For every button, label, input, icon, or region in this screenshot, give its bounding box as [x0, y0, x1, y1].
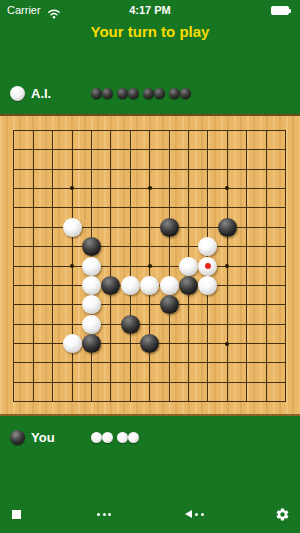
board-cell[interactable] — [82, 140, 101, 159]
board-cell[interactable] — [159, 218, 178, 237]
board-cell[interactable] — [179, 140, 198, 159]
board-cell[interactable] — [276, 218, 295, 237]
board-cell[interactable] — [179, 121, 198, 140]
board-cell[interactable] — [237, 140, 256, 159]
board-cell[interactable] — [256, 121, 275, 140]
board-cell[interactable] — [121, 140, 140, 159]
board-cell[interactable] — [218, 295, 237, 314]
board-cell[interactable] — [121, 295, 140, 314]
you-player-label: You — [31, 430, 55, 445]
board-cell[interactable] — [24, 315, 43, 334]
board-cell[interactable] — [101, 198, 120, 217]
board-cell[interactable] — [159, 256, 178, 275]
board-cell[interactable] — [179, 159, 198, 178]
board-cell[interactable] — [24, 256, 43, 275]
board-cell[interactable] — [4, 140, 23, 159]
white-stone — [63, 218, 82, 237]
ai-player-label: A.I. — [31, 86, 51, 101]
black-stone — [179, 276, 198, 295]
board-cell[interactable] — [198, 295, 217, 314]
board-cell[interactable] — [43, 256, 62, 275]
board-cell[interactable] — [237, 237, 256, 256]
board-cell[interactable] — [121, 392, 140, 411]
board-cell[interactable] — [82, 218, 101, 237]
board-cell[interactable] — [179, 392, 198, 411]
board-cell[interactable] — [198, 140, 217, 159]
ai-white-stone-icon — [10, 86, 25, 101]
board-cell[interactable] — [24, 353, 43, 372]
board-cell[interactable] — [256, 334, 275, 353]
captured-black-stone — [128, 88, 139, 99]
board-cell[interactable] — [159, 121, 178, 140]
board-cell[interactable] — [179, 276, 198, 295]
board-cell[interactable] — [276, 276, 295, 295]
white-stone — [63, 334, 82, 353]
board-cell[interactable] — [82, 295, 101, 314]
board-cell[interactable] — [101, 392, 120, 411]
board-cell[interactable] — [62, 140, 81, 159]
board-cell[interactable] — [62, 353, 81, 372]
board-cell[interactable] — [121, 353, 140, 372]
clock-time: 4:17 PM — [0, 4, 300, 16]
board-cell[interactable] — [82, 315, 101, 334]
board-cell[interactable] — [101, 315, 120, 334]
board-cell[interactable] — [24, 179, 43, 198]
board-cell[interactable] — [276, 179, 295, 198]
board-cell[interactable] — [140, 256, 159, 275]
board-cell[interactable] — [101, 218, 120, 237]
board-cell[interactable] — [198, 334, 217, 353]
board-cell[interactable] — [24, 334, 43, 353]
white-stone — [198, 276, 217, 295]
board-cell[interactable] — [4, 373, 23, 392]
board-cell[interactable] — [140, 179, 159, 198]
board-cell[interactable] — [43, 179, 62, 198]
board-cell[interactable] — [159, 392, 178, 411]
black-stone — [218, 218, 237, 237]
board-cell[interactable] — [218, 140, 237, 159]
board-cell[interactable] — [82, 334, 101, 353]
board-cell[interactable] — [159, 237, 178, 256]
captured-black-stone — [102, 88, 113, 99]
board-cell[interactable] — [82, 373, 101, 392]
star-point — [70, 186, 74, 190]
captured-black-stone — [143, 88, 154, 99]
board-cell[interactable] — [179, 334, 198, 353]
board-cell[interactable] — [24, 237, 43, 256]
board-cell[interactable] — [237, 295, 256, 314]
board-cell[interactable] — [159, 334, 178, 353]
board-cell[interactable] — [159, 373, 178, 392]
board-cell[interactable] — [140, 218, 159, 237]
board-cell[interactable] — [179, 315, 198, 334]
captured-white-stone — [91, 432, 102, 443]
board-cell[interactable] — [218, 121, 237, 140]
board-cell[interactable] — [276, 198, 295, 217]
captured-black-stone — [169, 88, 180, 99]
board-cell[interactable] — [140, 198, 159, 217]
board-cell[interactable] — [4, 256, 23, 275]
board-cell[interactable] — [140, 334, 159, 353]
black-stone — [82, 334, 101, 353]
board-cell[interactable] — [82, 353, 101, 372]
board-cell[interactable] — [179, 373, 198, 392]
board-cell[interactable] — [121, 276, 140, 295]
board-cell[interactable] — [179, 256, 198, 275]
white-stone — [82, 276, 101, 295]
black-stone — [140, 334, 159, 353]
board-cell[interactable] — [101, 121, 120, 140]
board-cell[interactable] — [24, 198, 43, 217]
board-cell[interactable] — [179, 218, 198, 237]
board-cell[interactable] — [101, 140, 120, 159]
star-point — [225, 186, 229, 190]
board-cell[interactable] — [101, 373, 120, 392]
board-cell[interactable] — [237, 334, 256, 353]
star-point — [70, 264, 74, 268]
board-cell[interactable] — [159, 315, 178, 334]
captured-white-stone — [117, 432, 128, 443]
board-cell[interactable] — [218, 179, 237, 198]
last-move-marker — [205, 263, 211, 269]
star-point — [148, 186, 152, 190]
board-cell[interactable] — [140, 353, 159, 372]
board-cell[interactable] — [237, 315, 256, 334]
black-stone — [160, 218, 179, 237]
board-cell[interactable] — [218, 198, 237, 217]
board-cell[interactable] — [62, 121, 81, 140]
board-cell[interactable] — [82, 256, 101, 275]
board-cell[interactable] — [24, 373, 43, 392]
board-cell[interactable] — [198, 315, 217, 334]
board-cell[interactable] — [62, 315, 81, 334]
board-cell[interactable] — [256, 218, 275, 237]
board-cell[interactable] — [256, 276, 275, 295]
board-cell[interactable] — [62, 159, 81, 178]
board-cell[interactable] — [276, 315, 295, 334]
board-cell[interactable] — [218, 237, 237, 256]
board-cell[interactable] — [62, 295, 81, 314]
board-cell[interactable] — [4, 392, 23, 411]
board-cell[interactable] — [4, 353, 23, 372]
board-cell[interactable] — [198, 218, 217, 237]
board-cell[interactable] — [4, 159, 23, 178]
board-cell[interactable] — [140, 140, 159, 159]
board-cell[interactable] — [43, 392, 62, 411]
board-cell[interactable] — [218, 218, 237, 237]
board-cell[interactable] — [62, 392, 81, 411]
white-stone — [160, 276, 179, 295]
board-cell[interactable] — [82, 276, 101, 295]
board-cell[interactable] — [4, 315, 23, 334]
board-cell[interactable] — [218, 159, 237, 178]
board-cell[interactable] — [237, 276, 256, 295]
status-bar: Carrier 4:17 PM — [0, 0, 300, 20]
board-cell[interactable] — [256, 140, 275, 159]
board-cell[interactable] — [276, 373, 295, 392]
board-cell[interactable] — [43, 198, 62, 217]
board-cell[interactable] — [218, 392, 237, 411]
board-cell[interactable] — [101, 276, 120, 295]
board-cell[interactable] — [256, 295, 275, 314]
board-cell[interactable] — [237, 159, 256, 178]
board-cell[interactable] — [198, 179, 217, 198]
board-cell[interactable] — [82, 159, 101, 178]
board-cell[interactable] — [43, 159, 62, 178]
black-stone — [101, 276, 120, 295]
black-stone — [160, 295, 179, 314]
board-cell[interactable] — [159, 159, 178, 178]
board-cell[interactable] — [121, 121, 140, 140]
board-cell[interactable] — [159, 276, 178, 295]
board-cell[interactable] — [101, 159, 120, 178]
board-cell[interactable] — [140, 373, 159, 392]
board-cell[interactable] — [4, 276, 23, 295]
board-cell[interactable] — [256, 392, 275, 411]
board-cell[interactable] — [4, 334, 23, 353]
ai-captured-stones — [91, 88, 191, 99]
board-cell[interactable] — [43, 140, 62, 159]
star-point — [225, 264, 229, 268]
board-cell[interactable] — [237, 353, 256, 372]
board-cell[interactable] — [256, 373, 275, 392]
star-point — [225, 342, 229, 346]
white-stone — [82, 257, 101, 276]
board-cell[interactable] — [121, 218, 140, 237]
star-point — [148, 264, 152, 268]
back-moves-icon[interactable] — [185, 510, 204, 518]
board-cell[interactable] — [4, 218, 23, 237]
board-cell[interactable] — [276, 237, 295, 256]
board-cell[interactable] — [121, 159, 140, 178]
board-cell[interactable] — [198, 121, 217, 140]
board-cell[interactable] — [218, 276, 237, 295]
board-cell[interactable] — [43, 295, 62, 314]
black-stone — [82, 237, 101, 256]
board-cell[interactable] — [101, 295, 120, 314]
white-stone — [179, 257, 198, 276]
stop-square-icon[interactable] — [12, 510, 21, 519]
white-stone — [82, 295, 101, 314]
you-captured-stones — [91, 432, 139, 443]
board-cell[interactable] — [121, 198, 140, 217]
board-cell[interactable] — [140, 392, 159, 411]
board-cell[interactable] — [101, 179, 120, 198]
board-cell[interactable] — [198, 198, 217, 217]
board-cell[interactable] — [218, 256, 237, 275]
white-stone — [140, 276, 159, 295]
board-cell[interactable] — [43, 121, 62, 140]
you-player-row: You — [0, 428, 300, 448]
board-cell[interactable] — [159, 140, 178, 159]
board-cell[interactable] — [24, 295, 43, 314]
you-black-stone-icon — [10, 430, 25, 445]
board-cell[interactable] — [237, 179, 256, 198]
ai-player-row: A.I. — [0, 84, 300, 104]
board-cell[interactable] — [218, 334, 237, 353]
white-stone — [198, 257, 217, 276]
board-cell[interactable] — [276, 121, 295, 140]
board-cell[interactable] — [121, 256, 140, 275]
black-stone — [121, 315, 140, 334]
board-cell[interactable] — [198, 237, 217, 256]
board-cell[interactable] — [62, 334, 81, 353]
board-cell[interactable] — [276, 295, 295, 314]
board-cell[interactable] — [237, 218, 256, 237]
ellipsis-icon[interactable] — [97, 513, 111, 516]
board-cell[interactable] — [237, 373, 256, 392]
go-board[interactable] — [0, 114, 300, 416]
board-cell[interactable] — [24, 121, 43, 140]
board-cell[interactable] — [276, 159, 295, 178]
board-cell[interactable] — [140, 121, 159, 140]
board-cell[interactable] — [24, 218, 43, 237]
board-cell[interactable] — [121, 237, 140, 256]
board-cell[interactable] — [159, 295, 178, 314]
board-cell[interactable] — [82, 179, 101, 198]
board-cell[interactable] — [82, 198, 101, 217]
board-cell[interactable] — [140, 276, 159, 295]
white-stone — [82, 315, 101, 334]
white-stone — [198, 237, 217, 256]
board-cell[interactable] — [237, 121, 256, 140]
board-cell[interactable] — [237, 256, 256, 275]
board-cell[interactable] — [179, 295, 198, 314]
board-cell[interactable] — [218, 373, 237, 392]
board-cell[interactable] — [140, 159, 159, 178]
board-cell[interactable] — [43, 334, 62, 353]
captured-black-stone — [154, 88, 165, 99]
board-cell[interactable] — [24, 392, 43, 411]
board-cell[interactable] — [62, 179, 81, 198]
board-cell[interactable] — [121, 315, 140, 334]
board-cell[interactable] — [24, 140, 43, 159]
board-cell[interactable] — [140, 237, 159, 256]
board-cell[interactable] — [237, 392, 256, 411]
board-cell[interactable] — [121, 334, 140, 353]
battery-icon — [271, 6, 292, 15]
board-cell[interactable] — [256, 237, 275, 256]
board-cell[interactable] — [256, 179, 275, 198]
settings-gear-icon[interactable] — [275, 507, 290, 522]
board-cell[interactable] — [140, 315, 159, 334]
board-cell[interactable] — [101, 256, 120, 275]
board-cell[interactable] — [198, 256, 217, 275]
board-cell[interactable] — [101, 237, 120, 256]
white-stone — [121, 276, 140, 295]
captured-white-stone — [128, 432, 139, 443]
board-cell[interactable] — [4, 198, 23, 217]
board-cell[interactable] — [82, 237, 101, 256]
board-cell[interactable] — [4, 179, 23, 198]
captured-black-stone — [91, 88, 102, 99]
board-cell[interactable] — [159, 179, 178, 198]
board-cell[interactable] — [101, 334, 120, 353]
board-cell[interactable] — [276, 256, 295, 275]
board-cell[interactable] — [62, 373, 81, 392]
board-cell[interactable] — [4, 237, 23, 256]
board-cell[interactable] — [121, 373, 140, 392]
board-cell[interactable] — [198, 159, 217, 178]
board-cell[interactable] — [62, 198, 81, 217]
board-cell[interactable] — [4, 295, 23, 314]
board-cell[interactable] — [43, 237, 62, 256]
board-cell[interactable] — [179, 198, 198, 217]
board-cell[interactable] — [101, 353, 120, 372]
board-cell[interactable] — [43, 315, 62, 334]
board-cell[interactable] — [218, 353, 237, 372]
board-cell[interactable] — [198, 373, 217, 392]
board-cell[interactable] — [62, 237, 81, 256]
board-cell[interactable] — [140, 295, 159, 314]
board-cell[interactable] — [198, 392, 217, 411]
board-cell[interactable] — [24, 159, 43, 178]
board-cell[interactable] — [82, 121, 101, 140]
board-cell[interactable] — [43, 276, 62, 295]
board-cell[interactable] — [24, 276, 43, 295]
board-cell[interactable] — [43, 353, 62, 372]
board-cell[interactable] — [43, 218, 62, 237]
board-cell[interactable] — [218, 315, 237, 334]
board-cell[interactable] — [256, 353, 275, 372]
bottom-toolbar — [0, 503, 300, 529]
board-cell[interactable] — [198, 276, 217, 295]
board-cell[interactable] — [256, 256, 275, 275]
board-cell[interactable] — [121, 179, 140, 198]
board-cell[interactable] — [43, 373, 62, 392]
captured-black-stone — [180, 88, 191, 99]
board-cell[interactable] — [62, 276, 81, 295]
board-cell[interactable] — [62, 256, 81, 275]
board-cell[interactable] — [276, 334, 295, 353]
captured-white-stone — [102, 432, 113, 443]
board-cell[interactable] — [198, 353, 217, 372]
board-cell[interactable] — [4, 121, 23, 140]
captured-black-stone — [117, 88, 128, 99]
board-cell[interactable] — [256, 315, 275, 334]
board-cell[interactable] — [237, 198, 256, 217]
board-cell[interactable] — [276, 353, 295, 372]
board-cell[interactable] — [179, 179, 198, 198]
board-cell[interactable] — [256, 198, 275, 217]
board-cell[interactable] — [159, 353, 178, 372]
board-cell[interactable] — [276, 392, 295, 411]
board-cell[interactable] — [256, 159, 275, 178]
board-cell[interactable] — [159, 198, 178, 217]
turn-status-text: Your turn to play — [0, 23, 300, 40]
board-cell[interactable] — [276, 140, 295, 159]
board-cell[interactable] — [179, 237, 198, 256]
board-cell[interactable] — [62, 218, 81, 237]
board-cell[interactable] — [82, 392, 101, 411]
board-cell[interactable] — [179, 353, 198, 372]
